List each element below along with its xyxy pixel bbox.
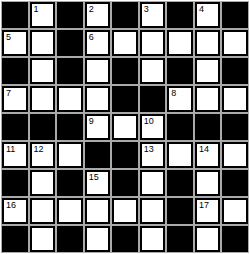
crossword-cell[interactable]: 11 — [2, 142, 28, 168]
crossword-cell[interactable] — [85, 58, 111, 84]
crossword-cell[interactable] — [112, 30, 138, 56]
blocked-cell — [167, 198, 193, 224]
crossword-cell[interactable]: 5 — [2, 30, 28, 56]
blocked-cell — [167, 226, 193, 252]
blocked-cell — [2, 2, 28, 28]
crossword-cell[interactable] — [57, 198, 83, 224]
crossword-cell[interactable] — [195, 226, 221, 252]
blocked-cell — [112, 142, 138, 168]
crossword-cell[interactable]: 15 — [85, 170, 111, 196]
blocked-cell — [222, 226, 248, 252]
crossword-cell[interactable]: 14 — [195, 142, 221, 168]
crossword-cell[interactable] — [30, 30, 56, 56]
clue-number: 17 — [199, 200, 209, 211]
crossword-cell[interactable] — [57, 142, 83, 168]
crossword-cell[interactable] — [30, 170, 56, 196]
crossword-cell[interactable]: 13 — [140, 142, 166, 168]
crossword-cell[interactable]: 9 — [85, 114, 111, 140]
blocked-cell — [2, 226, 28, 252]
clue-number: 12 — [34, 144, 44, 155]
crossword-cell[interactable] — [30, 58, 56, 84]
crossword-cell[interactable]: 16 — [2, 198, 28, 224]
crossword-cell[interactable] — [140, 198, 166, 224]
crossword-cell[interactable]: 12 — [30, 142, 56, 168]
crossword-cell[interactable]: 3 — [140, 2, 166, 28]
blocked-cell — [112, 86, 138, 112]
crossword-cell[interactable] — [85, 198, 111, 224]
blocked-cell — [2, 114, 28, 140]
crossword-cell[interactable] — [85, 226, 111, 252]
blocked-cell — [112, 58, 138, 84]
blocked-cell — [140, 86, 166, 112]
crossword-cell[interactable] — [140, 30, 166, 56]
crossword-cell[interactable] — [112, 114, 138, 140]
crossword-cell[interactable] — [167, 142, 193, 168]
blocked-cell — [57, 114, 83, 140]
blocked-cell — [222, 58, 248, 84]
crossword-cell[interactable]: 17 — [195, 198, 221, 224]
crossword-grid: 1234567891011121314151617 — [0, 0, 250, 254]
clue-number: 13 — [144, 144, 154, 155]
crossword-cell[interactable] — [30, 226, 56, 252]
crossword-cell[interactable] — [30, 198, 56, 224]
crossword-cell[interactable] — [222, 142, 248, 168]
clue-number: 2 — [89, 4, 94, 15]
clue-number: 3 — [144, 4, 149, 15]
crossword-cell[interactable] — [222, 86, 248, 112]
crossword-cell[interactable]: 8 — [167, 86, 193, 112]
blocked-cell — [85, 142, 111, 168]
blocked-cell — [112, 170, 138, 196]
blocked-cell — [167, 2, 193, 28]
crossword-cell[interactable] — [57, 86, 83, 112]
clue-number: 14 — [199, 144, 209, 155]
blocked-cell — [222, 170, 248, 196]
blocked-cell — [57, 58, 83, 84]
clue-number: 9 — [89, 116, 94, 127]
clue-number: 11 — [6, 144, 15, 155]
blocked-cell — [167, 170, 193, 196]
blocked-cell — [112, 2, 138, 28]
blocked-cell — [112, 226, 138, 252]
crossword-cell[interactable] — [140, 170, 166, 196]
blocked-cell — [57, 2, 83, 28]
blocked-cell — [222, 2, 248, 28]
crossword-cell[interactable] — [195, 86, 221, 112]
clue-number: 6 — [89, 32, 94, 43]
crossword-cell[interactable]: 1 — [30, 2, 56, 28]
clue-number: 7 — [6, 88, 11, 99]
crossword-cell[interactable]: 4 — [195, 2, 221, 28]
crossword-cell[interactable] — [167, 30, 193, 56]
crossword-cell[interactable] — [112, 198, 138, 224]
crossword-cell[interactable] — [140, 58, 166, 84]
crossword-cell[interactable]: 6 — [85, 30, 111, 56]
crossword-cell[interactable] — [195, 170, 221, 196]
crossword-cell[interactable]: 2 — [85, 2, 111, 28]
crossword-cell[interactable] — [30, 86, 56, 112]
blocked-cell — [2, 58, 28, 84]
clue-number: 4 — [199, 4, 204, 15]
clue-number: 1 — [34, 4, 39, 15]
clue-number: 16 — [6, 200, 16, 211]
blocked-cell — [167, 58, 193, 84]
blocked-cell — [195, 114, 221, 140]
crossword-cell[interactable] — [222, 30, 248, 56]
crossword-cell[interactable] — [222, 198, 248, 224]
clue-number: 15 — [89, 172, 99, 183]
crossword-cell[interactable]: 10 — [140, 114, 166, 140]
clue-number: 10 — [144, 116, 154, 127]
crossword-cell[interactable] — [140, 226, 166, 252]
blocked-cell — [2, 170, 28, 196]
crossword-cell[interactable]: 7 — [2, 86, 28, 112]
blocked-cell — [222, 114, 248, 140]
crossword-cell[interactable] — [195, 30, 221, 56]
clue-number: 8 — [171, 88, 176, 99]
blocked-cell — [57, 226, 83, 252]
crossword-cell[interactable] — [195, 58, 221, 84]
blocked-cell — [167, 114, 193, 140]
blocked-cell — [57, 30, 83, 56]
clue-number: 5 — [6, 32, 11, 43]
blocked-cell — [30, 114, 56, 140]
crossword-cell[interactable] — [85, 86, 111, 112]
blocked-cell — [57, 170, 83, 196]
